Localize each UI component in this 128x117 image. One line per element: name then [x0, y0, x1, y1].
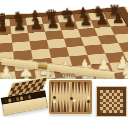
stored-piece-knob [20, 96, 24, 100]
square-h7: ♟ [107, 18, 127, 27]
mini-checkerboard-grid [100, 90, 123, 113]
backgammon-point [78, 99, 81, 112]
backgammon-point [57, 99, 60, 112]
backgammon-checker-light [73, 99, 76, 102]
backgammon-point [75, 82, 78, 95]
thumb-overhead-board [96, 86, 127, 117]
backgammon-points-top-left [51, 82, 70, 95]
stored-piece-knob [16, 96, 20, 100]
square-a2: ♟ [0, 71, 16, 79]
piece-black-knight: ♞ [10, 11, 26, 25]
backgammon-points-top-right [72, 82, 91, 95]
backgammon-point [66, 99, 69, 112]
piece-black-rook: ♜ [106, 4, 122, 18]
backgammon-point [60, 82, 63, 95]
backgammon-point [66, 82, 69, 95]
backgammon-checker-light [87, 96, 90, 99]
backgammon-point [72, 82, 75, 95]
backgammon-point [84, 82, 87, 95]
square-g1: ♞ [114, 72, 128, 79]
backgammon-point [81, 99, 84, 112]
backgammon-point [81, 82, 84, 95]
stored-piece-knob [8, 98, 12, 102]
square-b2: ♟ [15, 70, 36, 79]
backgammon-point [78, 82, 81, 95]
backgammon-point [60, 99, 63, 112]
backgammon-checker-dark [53, 96, 56, 99]
square-h6 [110, 26, 128, 35]
backgammon-checker-dark [87, 100, 90, 103]
product-photo-collage: ♜♞♝♛♚♝♞♜♟♟♟♟♟♟♟♟♟♟♟♟♟♟♟♟♜♞♝♛♚♝♞♜ [0, 0, 128, 117]
mini-square [120, 110, 123, 113]
backgammon-point [54, 82, 57, 95]
thumb-backgammon-board [49, 80, 92, 114]
stored-piece-knob [12, 97, 16, 101]
square-e4 [67, 46, 88, 57]
backgammon-point [63, 82, 66, 95]
stored-piece-knob [28, 94, 32, 98]
thumb-folded-box [0, 77, 49, 117]
stored-piece-knob [24, 95, 28, 99]
main-photo-chess-set: ♜♞♝♛♚♝♞♜♟♟♟♟♟♟♟♟♟♟♟♟♟♟♟♟♜♞♝♛♚♝♞♜ [0, 0, 128, 79]
stored-piece-knob [4, 98, 8, 102]
backgammon-checker-light [53, 100, 56, 103]
brass-clasp-icon [38, 63, 48, 69]
backgammon-point [87, 82, 90, 95]
backgammon-point [57, 82, 60, 95]
backgammon-point [63, 99, 66, 112]
square-b5 [12, 41, 31, 51]
backgammon-point [51, 82, 54, 95]
